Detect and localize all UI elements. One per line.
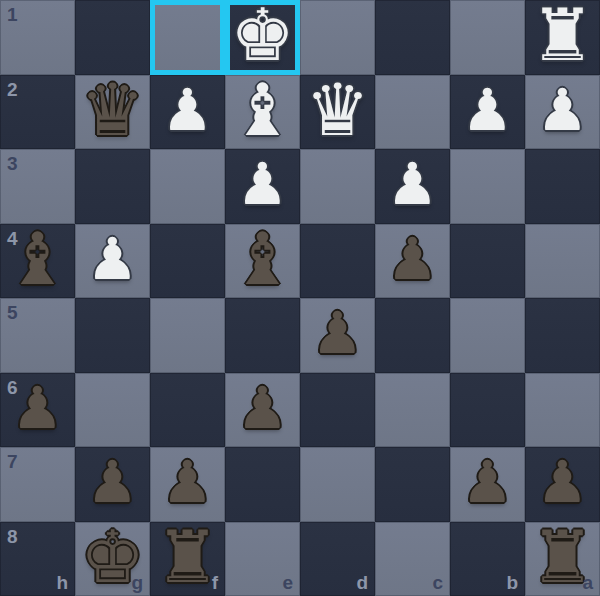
square-d2[interactable]: ♛ [300,75,375,150]
square-e2[interactable]: ♝ [225,75,300,150]
white-pawn-piece[interactable]: ♟ [387,155,439,213]
square-g8[interactable]: ♚g [75,522,150,596]
rank-label-1: 1 [7,4,18,26]
square-h8[interactable]: 8h [0,522,75,596]
square-g2[interactable]: ♛ [75,75,150,150]
black-king-piece[interactable]: ♚ [80,521,145,593]
square-b3[interactable] [450,149,525,224]
white-queen-piece[interactable]: ♛ [305,74,370,146]
rank-label-5: 5 [7,302,18,324]
square-a5[interactable] [525,298,600,373]
square-b4[interactable] [450,224,525,299]
square-e5[interactable] [225,298,300,373]
black-pawn-piece[interactable]: ♟ [162,453,214,511]
square-g6[interactable] [75,373,150,448]
black-pawn-piece[interactable]: ♟ [312,304,364,362]
white-king-piece[interactable]: ♚ [230,0,295,71]
square-a7[interactable]: ♟ [525,447,600,522]
black-pawn-piece[interactable]: ♟ [237,379,289,437]
square-g1[interactable] [75,0,150,75]
black-bishop-piece[interactable]: ♝ [5,223,70,295]
rank-label-2: 2 [7,79,18,101]
white-rook-piece[interactable]: ♜ [530,0,595,71]
square-b7[interactable]: ♟ [450,447,525,522]
square-f7[interactable]: ♟ [150,447,225,522]
square-e4[interactable]: ♝ [225,224,300,299]
square-b1[interactable] [450,0,525,75]
square-a8[interactable]: ♜a [525,522,600,596]
black-bishop-piece[interactable]: ♝ [230,223,295,295]
square-e3[interactable]: ♟ [225,149,300,224]
white-pawn-piece[interactable]: ♟ [537,81,589,139]
black-rook-piece[interactable]: ♜ [530,521,595,593]
file-label-c: c [432,572,443,594]
square-c7[interactable] [375,447,450,522]
black-pawn-piece[interactable]: ♟ [537,453,589,511]
square-f1[interactable] [150,0,225,75]
file-label-d: d [356,572,368,594]
chess-board: 1♚♜2♛♟♝♛♟♟3♟♟♝4♟♝♟5♟♟6♟7♟♟♟♟8h♚g♜fedcb♜a [0,0,600,596]
square-b6[interactable] [450,373,525,448]
black-pawn-piece[interactable]: ♟ [462,453,514,511]
square-h2[interactable]: 2 [0,75,75,150]
square-d3[interactable] [300,149,375,224]
square-c4[interactable]: ♟ [375,224,450,299]
square-d8[interactable]: d [300,522,375,596]
white-bishop-piece[interactable]: ♝ [230,74,295,146]
square-b5[interactable] [450,298,525,373]
square-b8[interactable]: b [450,522,525,596]
square-h6[interactable]: ♟6 [0,373,75,448]
file-label-h: h [56,572,68,594]
square-g7[interactable]: ♟ [75,447,150,522]
square-d1[interactable] [300,0,375,75]
square-f5[interactable] [150,298,225,373]
black-pawn-piece[interactable]: ♟ [387,230,439,288]
square-h4[interactable]: ♝4 [0,224,75,299]
rank-label-3: 3 [7,153,18,175]
square-b2[interactable]: ♟ [450,75,525,150]
square-c5[interactable] [375,298,450,373]
square-a1[interactable]: ♜ [525,0,600,75]
square-a6[interactable] [525,373,600,448]
square-a4[interactable] [525,224,600,299]
square-g3[interactable] [75,149,150,224]
rank-label-7: 7 [7,451,18,473]
square-c6[interactable] [375,373,450,448]
file-label-b: b [506,572,518,594]
file-label-e: e [282,572,293,594]
square-g4[interactable]: ♟ [75,224,150,299]
square-h7[interactable]: 7 [0,447,75,522]
square-d4[interactable] [300,224,375,299]
black-rook-piece[interactable]: ♜ [155,521,220,593]
square-f8[interactable]: ♜f [150,522,225,596]
square-c2[interactable] [375,75,450,150]
square-f6[interactable] [150,373,225,448]
square-d6[interactable] [300,373,375,448]
black-pawn-piece[interactable]: ♟ [12,379,64,437]
square-e1[interactable]: ♚ [225,0,300,75]
white-pawn-piece[interactable]: ♟ [87,230,139,288]
square-d5[interactable]: ♟ [300,298,375,373]
black-queen-piece[interactable]: ♛ [80,74,145,146]
white-pawn-piece[interactable]: ♟ [237,155,289,213]
square-h1[interactable]: 1 [0,0,75,75]
square-f3[interactable] [150,149,225,224]
square-c8[interactable]: c [375,522,450,596]
square-h5[interactable]: 5 [0,298,75,373]
white-pawn-piece[interactable]: ♟ [162,81,214,139]
square-g5[interactable] [75,298,150,373]
square-e8[interactable]: e [225,522,300,596]
square-e6[interactable]: ♟ [225,373,300,448]
rank-label-8: 8 [7,526,18,548]
black-pawn-piece[interactable]: ♟ [87,453,139,511]
square-f4[interactable] [150,224,225,299]
square-a2[interactable]: ♟ [525,75,600,150]
square-c3[interactable]: ♟ [375,149,450,224]
square-e7[interactable] [225,447,300,522]
white-pawn-piece[interactable]: ♟ [462,81,514,139]
square-d7[interactable] [300,447,375,522]
square-h3[interactable]: 3 [0,149,75,224]
square-a3[interactable] [525,149,600,224]
square-f2[interactable]: ♟ [150,75,225,150]
square-c1[interactable] [375,0,450,75]
